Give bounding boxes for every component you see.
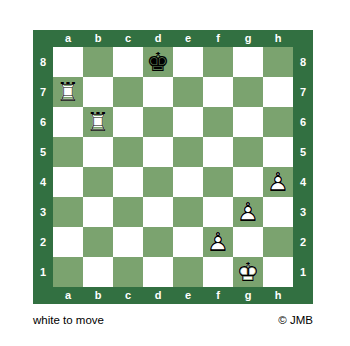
square-b8[interactable] bbox=[83, 47, 113, 77]
file-label: a bbox=[53, 287, 83, 304]
square-h5[interactable] bbox=[263, 137, 293, 167]
square-b5[interactable] bbox=[83, 137, 113, 167]
square-g1[interactable]: ♚♔ bbox=[233, 257, 263, 287]
rank-label: 6 bbox=[33, 107, 53, 137]
square-a4[interactable] bbox=[53, 167, 83, 197]
square-h7[interactable] bbox=[263, 77, 293, 107]
rank-label: 1 bbox=[293, 257, 313, 287]
square-f2[interactable]: ♟♙ bbox=[203, 227, 233, 257]
square-g4[interactable] bbox=[233, 167, 263, 197]
square-a8[interactable] bbox=[53, 47, 83, 77]
square-d7[interactable] bbox=[143, 77, 173, 107]
rank-label: 6 bbox=[293, 107, 313, 137]
square-h2[interactable] bbox=[263, 227, 293, 257]
file-label: f bbox=[203, 30, 233, 47]
square-e8[interactable] bbox=[173, 47, 203, 77]
file-label: g bbox=[233, 30, 263, 47]
square-b4[interactable] bbox=[83, 167, 113, 197]
rank-labels-right: 87654321 bbox=[293, 47, 313, 287]
square-c4[interactable] bbox=[113, 167, 143, 197]
square-e6[interactable] bbox=[173, 107, 203, 137]
square-g8[interactable] bbox=[233, 47, 263, 77]
status-text: white to move bbox=[33, 314, 104, 326]
square-d3[interactable] bbox=[143, 197, 173, 227]
rank-label: 7 bbox=[293, 77, 313, 107]
file-labels-bottom: abcdefgh bbox=[33, 287, 313, 304]
square-c7[interactable] bbox=[113, 77, 143, 107]
square-f1[interactable] bbox=[203, 257, 233, 287]
square-d6[interactable] bbox=[143, 107, 173, 137]
square-a5[interactable] bbox=[53, 137, 83, 167]
white-pawn-icon[interactable]: ♟♙ bbox=[263, 167, 293, 197]
square-f8[interactable] bbox=[203, 47, 233, 77]
rank-label: 1 bbox=[33, 257, 53, 287]
square-b2[interactable] bbox=[83, 227, 113, 257]
file-label: g bbox=[233, 287, 263, 304]
rank-label: 5 bbox=[33, 137, 53, 167]
board-grid: ♚♜♖♜♖♟♙♟♙♟♙♚♔ bbox=[53, 47, 293, 287]
square-h4[interactable]: ♟♙ bbox=[263, 167, 293, 197]
square-d4[interactable] bbox=[143, 167, 173, 197]
file-labels-top: abcdefgh bbox=[33, 30, 313, 47]
square-g7[interactable] bbox=[233, 77, 263, 107]
file-label: d bbox=[143, 287, 173, 304]
rank-label: 5 bbox=[293, 137, 313, 167]
file-label: h bbox=[263, 287, 293, 304]
square-d2[interactable] bbox=[143, 227, 173, 257]
file-label: d bbox=[143, 30, 173, 47]
file-label: e bbox=[173, 30, 203, 47]
black-king-icon[interactable]: ♚ bbox=[143, 47, 173, 77]
square-d5[interactable] bbox=[143, 137, 173, 167]
square-f5[interactable] bbox=[203, 137, 233, 167]
square-c5[interactable] bbox=[113, 137, 143, 167]
file-label: c bbox=[113, 287, 143, 304]
rank-label: 2 bbox=[33, 227, 53, 257]
square-b6[interactable]: ♜♖ bbox=[83, 107, 113, 137]
file-label: h bbox=[263, 30, 293, 47]
square-b1[interactable] bbox=[83, 257, 113, 287]
caption-row: white to move © JMB bbox=[33, 314, 313, 326]
square-g3[interactable]: ♟♙ bbox=[233, 197, 263, 227]
square-h3[interactable] bbox=[263, 197, 293, 227]
file-label: f bbox=[203, 287, 233, 304]
square-e2[interactable] bbox=[173, 227, 203, 257]
white-rook-icon[interactable]: ♜♖ bbox=[53, 77, 83, 107]
square-c2[interactable] bbox=[113, 227, 143, 257]
rank-labels-left: 87654321 bbox=[33, 47, 53, 287]
square-c8[interactable] bbox=[113, 47, 143, 77]
square-e7[interactable] bbox=[173, 77, 203, 107]
square-f6[interactable] bbox=[203, 107, 233, 137]
square-a7[interactable]: ♜♖ bbox=[53, 77, 83, 107]
square-a1[interactable] bbox=[53, 257, 83, 287]
white-rook-icon[interactable]: ♜♖ bbox=[83, 107, 113, 137]
square-f3[interactable] bbox=[203, 197, 233, 227]
square-e4[interactable] bbox=[173, 167, 203, 197]
square-e1[interactable] bbox=[173, 257, 203, 287]
rank-label: 7 bbox=[33, 77, 53, 107]
square-c1[interactable] bbox=[113, 257, 143, 287]
rank-label: 8 bbox=[293, 47, 313, 77]
square-f7[interactable] bbox=[203, 77, 233, 107]
file-label: e bbox=[173, 287, 203, 304]
square-g2[interactable] bbox=[233, 227, 263, 257]
file-label: b bbox=[83, 30, 113, 47]
square-a6[interactable] bbox=[53, 107, 83, 137]
square-b3[interactable] bbox=[83, 197, 113, 227]
file-label: b bbox=[83, 287, 113, 304]
square-c3[interactable] bbox=[113, 197, 143, 227]
square-b7[interactable] bbox=[83, 77, 113, 107]
white-pawn-icon[interactable]: ♟♙ bbox=[233, 197, 263, 227]
square-c6[interactable] bbox=[113, 107, 143, 137]
square-a2[interactable] bbox=[53, 227, 83, 257]
square-d1[interactable] bbox=[143, 257, 173, 287]
square-h8[interactable] bbox=[263, 47, 293, 77]
rank-label: 3 bbox=[293, 197, 313, 227]
square-g5[interactable] bbox=[233, 137, 263, 167]
rank-label: 3 bbox=[33, 197, 53, 227]
rank-label: 2 bbox=[293, 227, 313, 257]
rank-label: 4 bbox=[33, 167, 53, 197]
white-pawn-icon[interactable]: ♟♙ bbox=[203, 227, 233, 257]
square-d8[interactable]: ♚ bbox=[143, 47, 173, 77]
square-e5[interactable] bbox=[173, 137, 203, 167]
square-h6[interactable] bbox=[263, 107, 293, 137]
square-g6[interactable] bbox=[233, 107, 263, 137]
page: abcdefgh 87654321 ♚♜♖♜♖♟♙♟♙♟♙♚♔ 87654321… bbox=[0, 0, 350, 346]
file-label: a bbox=[53, 30, 83, 47]
rank-label: 8 bbox=[33, 47, 53, 77]
rank-label: 4 bbox=[293, 167, 313, 197]
white-king-icon[interactable]: ♚♔ bbox=[233, 257, 263, 287]
credit-text: © JMB bbox=[278, 314, 313, 326]
file-label: c bbox=[113, 30, 143, 47]
chess-board: abcdefgh 87654321 ♚♜♖♜♖♟♙♟♙♟♙♚♔ 87654321… bbox=[33, 30, 313, 304]
square-f4[interactable] bbox=[203, 167, 233, 197]
square-a3[interactable] bbox=[53, 197, 83, 227]
square-h1[interactable] bbox=[263, 257, 293, 287]
square-e3[interactable] bbox=[173, 197, 203, 227]
